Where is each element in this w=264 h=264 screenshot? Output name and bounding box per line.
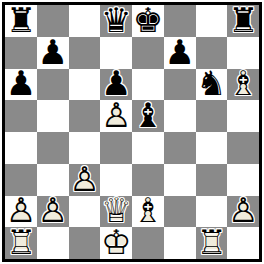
square-f7[interactable]: ♟♟	[164, 37, 196, 69]
square-e8[interactable]: ♚♚	[132, 5, 164, 37]
piece-glyph-outline: ♛	[100, 3, 132, 37]
piece-black-pawn[interactable]: ♟♟	[100, 69, 132, 101]
chess-diagram: ♜♜♛♛♚♚♜♜♟♟♟♟♟♟♟♟♞♞♝♗♟♙♝♝♟♙♟♙♟♙♛♕♝♗♟♙♜♖♚♔…	[0, 0, 264, 264]
piece-glyph-outline: ♖	[5, 225, 37, 259]
piece-glyph-outline: ♚	[132, 3, 164, 37]
piece-glyph-fill: ♝	[132, 193, 164, 227]
piece-black-rook[interactable]: ♜♜	[227, 5, 259, 37]
square-d3[interactable]	[100, 164, 132, 196]
piece-glyph-fill: ♟	[164, 34, 196, 68]
piece-white-pawn[interactable]: ♟♙	[69, 164, 101, 196]
square-f8[interactable]	[164, 5, 196, 37]
square-c4[interactable]	[69, 132, 101, 164]
square-c3[interactable]: ♟♙	[69, 164, 101, 196]
piece-black-knight[interactable]: ♞♞	[196, 69, 228, 101]
square-c8[interactable]	[69, 5, 101, 37]
square-b6[interactable]	[37, 69, 69, 101]
square-g6[interactable]: ♞♞	[196, 69, 228, 101]
piece-glyph-outline: ♗	[227, 66, 259, 100]
square-a3[interactable]	[5, 164, 37, 196]
piece-glyph-fill: ♟	[37, 34, 69, 68]
square-e3[interactable]	[132, 164, 164, 196]
piece-glyph-outline: ♜	[227, 3, 259, 37]
square-b4[interactable]	[37, 132, 69, 164]
square-b2[interactable]: ♟♙	[37, 196, 69, 228]
piece-glyph-fill: ♚	[132, 3, 164, 37]
square-g7[interactable]	[196, 37, 228, 69]
square-b7[interactable]: ♟♟	[37, 37, 69, 69]
piece-glyph-fill: ♜	[5, 3, 37, 37]
square-f2[interactable]	[164, 196, 196, 228]
square-a7[interactable]	[5, 37, 37, 69]
piece-glyph-outline: ♙	[227, 193, 259, 227]
piece-glyph-fill: ♛	[100, 193, 132, 227]
square-h7[interactable]	[227, 37, 259, 69]
piece-white-pawn[interactable]: ♟♙	[100, 100, 132, 132]
piece-black-bishop[interactable]: ♝♝	[132, 100, 164, 132]
piece-glyph-fill: ♝	[132, 98, 164, 132]
piece-glyph-outline: ♖	[196, 225, 228, 259]
piece-glyph-outline: ♙	[69, 161, 101, 195]
piece-white-pawn[interactable]: ♟♙	[37, 196, 69, 228]
square-f4[interactable]	[164, 132, 196, 164]
piece-black-pawn[interactable]: ♟♟	[37, 37, 69, 69]
piece-white-bishop[interactable]: ♝♗	[227, 69, 259, 101]
square-a4[interactable]	[5, 132, 37, 164]
square-f5[interactable]	[164, 100, 196, 132]
square-e1[interactable]	[132, 227, 164, 259]
piece-glyph-fill: ♜	[196, 225, 228, 259]
piece-glyph-fill: ♜	[227, 3, 259, 37]
piece-white-bishop[interactable]: ♝♗	[132, 196, 164, 228]
piece-glyph-outline: ♟	[37, 34, 69, 68]
square-c6[interactable]	[69, 69, 101, 101]
piece-white-pawn[interactable]: ♟♙	[227, 196, 259, 228]
piece-glyph-outline: ♕	[100, 193, 132, 227]
square-g4[interactable]	[196, 132, 228, 164]
chess-board: ♜♜♛♛♚♚♜♜♟♟♟♟♟♟♟♟♞♞♝♗♟♙♝♝♟♙♟♙♟♙♛♕♝♗♟♙♜♖♚♔…	[2, 2, 262, 262]
piece-glyph-outline: ♝	[132, 98, 164, 132]
piece-glyph-outline: ♟	[100, 66, 132, 100]
piece-white-rook[interactable]: ♜♖	[5, 227, 37, 259]
square-a6[interactable]: ♟♟	[5, 69, 37, 101]
square-d8[interactable]: ♛♛	[100, 5, 132, 37]
square-c2[interactable]	[69, 196, 101, 228]
square-a2[interactable]: ♟♙	[5, 196, 37, 228]
square-c7[interactable]	[69, 37, 101, 69]
square-h3[interactable]	[227, 164, 259, 196]
piece-glyph-fill: ♟	[227, 193, 259, 227]
square-b1[interactable]	[37, 227, 69, 259]
square-b5[interactable]	[37, 100, 69, 132]
square-d4[interactable]	[100, 132, 132, 164]
square-c5[interactable]	[69, 100, 101, 132]
square-e6[interactable]	[132, 69, 164, 101]
square-d2[interactable]: ♛♕	[100, 196, 132, 228]
square-b3[interactable]	[37, 164, 69, 196]
square-h5[interactable]	[227, 100, 259, 132]
piece-glyph-fill: ♜	[5, 225, 37, 259]
piece-black-king[interactable]: ♚♚	[132, 5, 164, 37]
square-h2[interactable]: ♟♙	[227, 196, 259, 228]
square-h4[interactable]	[227, 132, 259, 164]
square-g8[interactable]	[196, 5, 228, 37]
piece-white-pawn[interactable]: ♟♙	[5, 196, 37, 228]
piece-glyph-fill: ♛	[100, 3, 132, 37]
piece-glyph-outline: ♔	[100, 225, 132, 259]
square-f1[interactable]	[164, 227, 196, 259]
square-g1[interactable]: ♜♖	[196, 227, 228, 259]
square-d6[interactable]: ♟♟	[100, 69, 132, 101]
piece-glyph-fill: ♟	[69, 161, 101, 195]
piece-glyph-fill: ♝	[227, 66, 259, 100]
piece-glyph-outline: ♟	[164, 34, 196, 68]
piece-glyph-fill: ♞	[196, 66, 228, 100]
piece-white-queen[interactable]: ♛♕	[100, 196, 132, 228]
square-h8[interactable]: ♜♜	[227, 5, 259, 37]
piece-black-rook[interactable]: ♜♜	[5, 5, 37, 37]
square-a8[interactable]: ♜♜	[5, 5, 37, 37]
square-f3[interactable]	[164, 164, 196, 196]
piece-glyph-fill: ♟	[37, 193, 69, 227]
square-e7[interactable]	[132, 37, 164, 69]
square-g5[interactable]	[196, 100, 228, 132]
piece-glyph-outline: ♞	[196, 66, 228, 100]
piece-glyph-outline: ♙	[37, 193, 69, 227]
square-d7[interactable]	[100, 37, 132, 69]
piece-glyph-fill: ♟	[100, 66, 132, 100]
square-c1[interactable]	[69, 227, 101, 259]
square-g3[interactable]	[196, 164, 228, 196]
piece-white-king[interactable]: ♚♔	[100, 227, 132, 259]
square-a1[interactable]: ♜♖	[5, 227, 37, 259]
piece-black-pawn[interactable]: ♟♟	[164, 37, 196, 69]
piece-glyph-fill: ♚	[100, 225, 132, 259]
square-e4[interactable]	[132, 132, 164, 164]
square-a5[interactable]	[5, 100, 37, 132]
square-e5[interactable]: ♝♝	[132, 100, 164, 132]
piece-glyph-fill: ♟	[5, 193, 37, 227]
piece-black-pawn[interactable]: ♟♟	[5, 69, 37, 101]
piece-glyph-outline: ♟	[5, 66, 37, 100]
piece-glyph-outline: ♗	[132, 193, 164, 227]
piece-glyph-outline: ♙	[5, 193, 37, 227]
square-e2[interactable]: ♝♗	[132, 196, 164, 228]
square-b8[interactable]	[37, 5, 69, 37]
square-f6[interactable]	[164, 69, 196, 101]
square-h6[interactable]: ♝♗	[227, 69, 259, 101]
square-d5[interactable]: ♟♙	[100, 100, 132, 132]
piece-glyph-fill: ♟	[100, 98, 132, 132]
piece-white-rook[interactable]: ♜♖	[196, 227, 228, 259]
piece-black-queen[interactable]: ♛♛	[100, 5, 132, 37]
piece-glyph-outline: ♙	[100, 98, 132, 132]
square-h1[interactable]	[227, 227, 259, 259]
square-d1[interactable]: ♚♔	[100, 227, 132, 259]
piece-glyph-outline: ♜	[5, 3, 37, 37]
piece-glyph-fill: ♟	[5, 66, 37, 100]
square-g2[interactable]	[196, 196, 228, 228]
